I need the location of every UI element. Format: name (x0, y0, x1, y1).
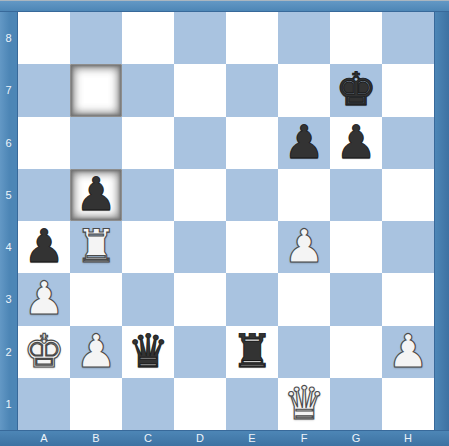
square-f6[interactable]: ♟ (278, 117, 330, 169)
square-h5[interactable] (382, 169, 434, 221)
square-e8[interactable] (226, 12, 278, 64)
square-d1[interactable] (174, 378, 226, 430)
square-h4[interactable] (382, 221, 434, 273)
piece-white-pawn[interactable]: ♟ (283, 220, 324, 272)
square-b4[interactable]: ♜ (70, 221, 122, 273)
square-c1[interactable] (122, 378, 174, 430)
file-label-f: F (278, 431, 330, 446)
square-h6[interactable] (382, 117, 434, 169)
square-e2[interactable]: ♜ (226, 326, 278, 378)
file-label-c: C (122, 431, 174, 446)
square-f1[interactable]: ♛ (278, 378, 330, 430)
square-c8[interactable] (122, 12, 174, 64)
square-g5[interactable] (330, 169, 382, 221)
file-label-g: G (330, 431, 382, 446)
piece-white-pawn[interactable]: ♟ (23, 272, 64, 324)
square-d3[interactable] (174, 273, 226, 325)
piece-black-king[interactable]: ♚ (335, 63, 376, 115)
square-c7[interactable] (122, 64, 174, 116)
square-f4[interactable]: ♟ (278, 221, 330, 273)
piece-white-rook[interactable]: ♜ (75, 220, 116, 272)
square-a4[interactable]: ♟ (18, 221, 70, 273)
square-f8[interactable] (278, 12, 330, 64)
square-b5[interactable]: ♟ (70, 169, 122, 221)
file-label-e: E (226, 431, 278, 446)
square-e4[interactable] (226, 221, 278, 273)
file-label-b: B (70, 431, 122, 446)
square-b6[interactable] (70, 117, 122, 169)
rank-label-4: 4 (0, 221, 17, 273)
square-a1[interactable] (18, 378, 70, 430)
square-e5[interactable] (226, 169, 278, 221)
square-b1[interactable] (70, 378, 122, 430)
board-middle-row: 87654321 ♚♟♟♟♟♜♟♟♚♟♛♜♟♛ (0, 12, 449, 430)
board-grid: ♚♟♟♟♟♜♟♟♚♟♛♜♟♛ (18, 12, 434, 430)
piece-black-queen[interactable]: ♛ (127, 325, 168, 377)
square-c4[interactable] (122, 221, 174, 273)
piece-black-pawn[interactable]: ♟ (75, 168, 116, 220)
piece-white-pawn[interactable]: ♟ (387, 325, 428, 377)
square-g4[interactable] (330, 221, 382, 273)
square-d6[interactable] (174, 117, 226, 169)
square-g7[interactable]: ♚ (330, 64, 382, 116)
square-h8[interactable] (382, 12, 434, 64)
square-d7[interactable] (174, 64, 226, 116)
piece-white-queen[interactable]: ♛ (283, 377, 324, 429)
square-b7[interactable] (70, 64, 122, 116)
square-h7[interactable] (382, 64, 434, 116)
square-f3[interactable] (278, 273, 330, 325)
square-b3[interactable] (70, 273, 122, 325)
file-label-d: D (174, 431, 226, 446)
rank-label-2: 2 (0, 326, 17, 378)
rank-label-5: 5 (0, 169, 17, 221)
piece-black-rook[interactable]: ♜ (231, 325, 272, 377)
square-c6[interactable] (122, 117, 174, 169)
square-g6[interactable]: ♟ (330, 117, 382, 169)
square-b8[interactable] (70, 12, 122, 64)
rank-label-7: 7 (0, 64, 17, 116)
file-label-h: H (382, 431, 434, 446)
file-label-a: A (18, 431, 70, 446)
square-a8[interactable] (18, 12, 70, 64)
square-d2[interactable] (174, 326, 226, 378)
square-f7[interactable] (278, 64, 330, 116)
square-g1[interactable] (330, 378, 382, 430)
square-e6[interactable] (226, 117, 278, 169)
square-a6[interactable] (18, 117, 70, 169)
square-d5[interactable] (174, 169, 226, 221)
chess-board-widget: 87654321 ♚♟♟♟♟♜♟♟♚♟♛♜♟♛ ABCDEFGH (0, 0, 449, 446)
square-e1[interactable] (226, 378, 278, 430)
square-a5[interactable] (18, 169, 70, 221)
rank-label-6: 6 (0, 117, 17, 169)
square-c3[interactable] (122, 273, 174, 325)
square-c5[interactable] (122, 169, 174, 221)
square-h2[interactable]: ♟ (382, 326, 434, 378)
square-d8[interactable] (174, 12, 226, 64)
rank-label-1: 1 (0, 378, 17, 430)
rank-label-8: 8 (0, 12, 17, 64)
square-g8[interactable] (330, 12, 382, 64)
piece-black-pawn[interactable]: ♟ (283, 116, 324, 168)
square-d4[interactable] (174, 221, 226, 273)
rank-labels-column: 87654321 (0, 12, 18, 430)
board-frame-right (434, 12, 449, 430)
square-h3[interactable] (382, 273, 434, 325)
square-a3[interactable]: ♟ (18, 273, 70, 325)
square-a7[interactable] (18, 64, 70, 116)
piece-black-pawn[interactable]: ♟ (23, 220, 64, 272)
square-a2[interactable]: ♚ (18, 326, 70, 378)
board-frame-top (0, 1, 449, 12)
square-f2[interactable] (278, 326, 330, 378)
square-e3[interactable] (226, 273, 278, 325)
square-f5[interactable] (278, 169, 330, 221)
square-c2[interactable]: ♛ (122, 326, 174, 378)
piece-white-pawn[interactable]: ♟ (75, 325, 116, 377)
file-labels-row: ABCDEFGH (0, 430, 449, 446)
piece-black-pawn[interactable]: ♟ (335, 116, 376, 168)
rank-label-3: 3 (0, 273, 17, 325)
square-g2[interactable] (330, 326, 382, 378)
square-e7[interactable] (226, 64, 278, 116)
piece-white-king[interactable]: ♚ (23, 325, 64, 377)
square-b2[interactable]: ♟ (70, 326, 122, 378)
square-h1[interactable] (382, 378, 434, 430)
square-g3[interactable] (330, 273, 382, 325)
